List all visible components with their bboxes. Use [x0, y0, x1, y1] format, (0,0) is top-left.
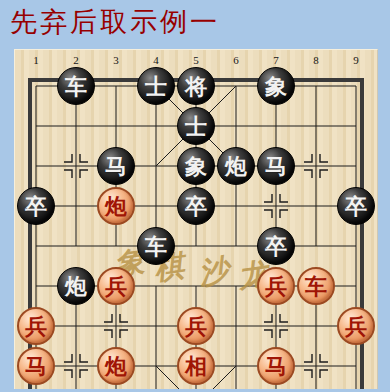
- piece-black-general[interactable]: 将: [177, 67, 215, 105]
- piece-red-soldier[interactable]: 兵: [17, 307, 55, 345]
- piece-red-elephant[interactable]: 相: [177, 347, 215, 385]
- piece-black-cannon[interactable]: 炮: [57, 267, 95, 305]
- piece-black-horse[interactable]: 马: [257, 147, 295, 185]
- piece-black-soldier[interactable]: 卒: [337, 187, 375, 225]
- xiangqi-board[interactable]: 123456789 象棋沙龙 车士将象士马象炮马卒炮卒卒车卒炮兵兵车兵兵兵马炮相…: [14, 49, 378, 389]
- piece-black-soldier[interactable]: 卒: [257, 227, 295, 265]
- piece-black-chariot[interactable]: 车: [57, 67, 95, 105]
- piece-black-cannon[interactable]: 炮: [217, 147, 255, 185]
- piece-black-chariot[interactable]: 车: [137, 227, 175, 265]
- piece-red-chariot[interactable]: 车: [297, 267, 335, 305]
- piece-black-horse[interactable]: 马: [97, 147, 135, 185]
- piece-black-soldier[interactable]: 卒: [17, 187, 55, 225]
- piece-black-elephant[interactable]: 象: [177, 147, 215, 185]
- piece-red-soldier[interactable]: 兵: [337, 307, 375, 345]
- piece-red-horse[interactable]: 马: [17, 347, 55, 385]
- piece-red-horse[interactable]: 马: [257, 347, 295, 385]
- piece-red-cannon[interactable]: 炮: [97, 187, 135, 225]
- piece-black-advisor[interactable]: 士: [137, 67, 175, 105]
- piece-black-elephant[interactable]: 象: [257, 67, 295, 105]
- watermark-char: 沙: [196, 250, 231, 295]
- piece-red-soldier[interactable]: 兵: [257, 267, 295, 305]
- piece-red-soldier[interactable]: 兵: [97, 267, 135, 305]
- piece-red-cannon[interactable]: 炮: [97, 347, 135, 385]
- piece-black-soldier[interactable]: 卒: [177, 187, 215, 225]
- piece-black-advisor[interactable]: 士: [177, 107, 215, 145]
- piece-red-soldier[interactable]: 兵: [177, 307, 215, 345]
- page: 先弃后取示例一 123456789 象棋沙龙 车士将象士马象炮马卒炮卒卒车卒炮兵…: [0, 0, 390, 392]
- page-title: 先弃后取示例一: [10, 4, 220, 40]
